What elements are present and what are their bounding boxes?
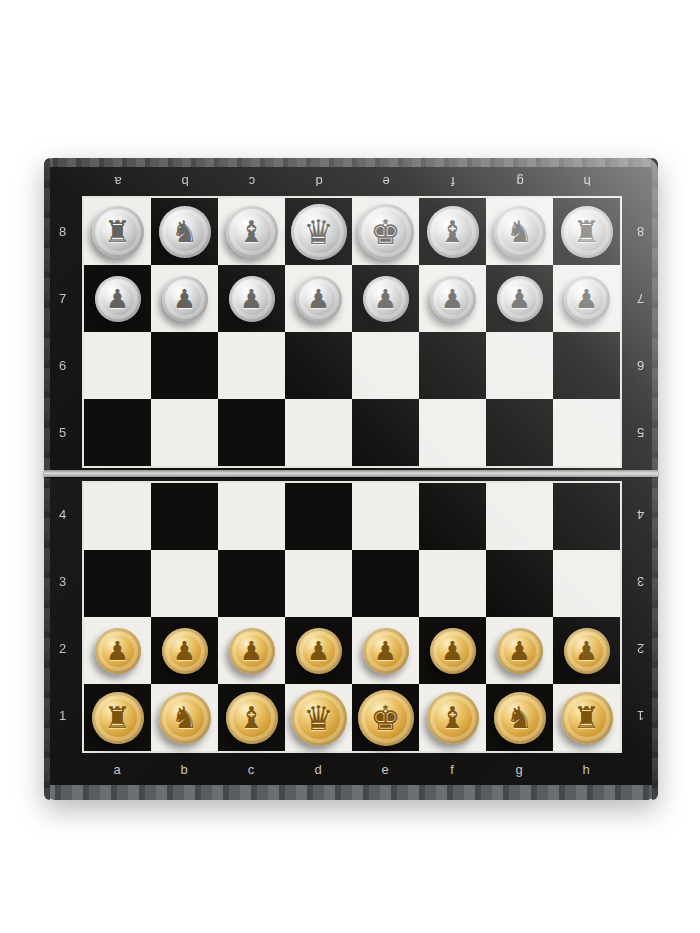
board-top-edge [44,158,658,167]
square-h2[interactable]: ♟ [553,617,620,684]
board-bottom-half: ♟♟♟♟♟♟♟♟♜♞♝♛♚♝♞♜ 4321 4321 abcdefgh [44,477,658,800]
file-label-bottom-d: d [285,755,352,783]
gold-bishop-f1[interactable]: ♝ [427,692,479,744]
square-a1[interactable]: ♜ [84,684,151,751]
file-labels-top: abcdefgh [84,167,620,197]
pawn-glyph: ♟ [307,638,330,664]
product-photo-scene: abcdefgh 8765 8765 ♜♞♝♛♚♝♞♜♟♟♟♟♟♟♟♟ ♟♟♟♟… [0,0,700,933]
file-label-top-h: h [553,167,620,197]
square-g2[interactable]: ♟ [486,617,553,684]
pawn-glyph: ♟ [575,286,598,312]
square-e1[interactable]: ♚ [352,684,419,751]
file-label-bottom-b: b [151,755,218,783]
gold-pawn-c2[interactable]: ♟ [229,628,275,674]
silver-bishop-c8[interactable]: ♝ [226,206,278,258]
file-label-bottom-c: c [218,755,285,783]
silver-pawn-a7[interactable]: ♟ [95,276,141,322]
square-h8[interactable]: ♜ [553,198,620,265]
gold-pawn-d2[interactable]: ♟ [296,628,342,674]
gold-queen-d1[interactable]: ♛ [291,690,347,746]
file-labels-bottom: abcdefgh [84,755,620,783]
pawn-glyph: ♟ [173,638,196,664]
square-a8[interactable]: ♜ [84,198,151,265]
pawn-glyph: ♟ [106,638,129,664]
square-h1[interactable]: ♜ [553,684,620,751]
board-right-edge [652,158,658,800]
square-a3[interactable] [84,550,151,617]
square-a5[interactable] [84,399,151,466]
square-f4[interactable] [419,483,486,550]
silver-pawn-d7[interactable]: ♟ [296,276,342,322]
knight-glyph: ♞ [171,217,198,247]
gold-rook-h1[interactable]: ♜ [561,692,613,744]
board-bottom-edge [44,785,658,800]
square-d1[interactable]: ♛ [285,684,352,751]
bishop-glyph: ♝ [238,703,265,733]
square-c7[interactable]: ♟ [218,265,285,332]
square-c3[interactable] [218,550,285,617]
file-label-bottom-a: a [84,755,151,783]
square-e3[interactable] [352,550,419,617]
gold-pawn-e2[interactable]: ♟ [363,628,409,674]
rook-glyph: ♜ [104,703,131,733]
silver-bishop-f8[interactable]: ♝ [427,206,479,258]
square-d3[interactable] [285,550,352,617]
square-d6[interactable] [285,332,352,399]
grid-ranks-4-to-1: ♟♟♟♟♟♟♟♟♜♞♝♛♚♝♞♜ [84,483,620,751]
square-e6[interactable] [352,332,419,399]
square-g8[interactable]: ♞ [486,198,553,265]
square-g7[interactable]: ♟ [486,265,553,332]
square-f3[interactable] [419,550,486,617]
square-c8[interactable]: ♝ [218,198,285,265]
file-label-top-e: e [352,167,419,197]
silver-knight-b8[interactable]: ♞ [159,206,211,258]
square-h6[interactable] [553,332,620,399]
square-b2[interactable]: ♟ [151,617,218,684]
board-left-edge [44,158,50,800]
rook-glyph: ♜ [573,217,600,247]
file-label-top-b: b [151,167,218,197]
square-d8[interactable]: ♛ [285,198,352,265]
pawn-glyph: ♟ [441,286,464,312]
square-a4[interactable] [84,483,151,550]
square-c1[interactable]: ♝ [218,684,285,751]
square-d5[interactable] [285,399,352,466]
gold-knight-g1[interactable]: ♞ [494,692,546,744]
square-d4[interactable] [285,483,352,550]
silver-pawn-f7[interactable]: ♟ [430,276,476,322]
file-label-top-c: c [218,167,285,197]
silver-pawn-c7[interactable]: ♟ [229,276,275,322]
silver-knight-g8[interactable]: ♞ [494,206,546,258]
square-g1[interactable]: ♞ [486,684,553,751]
square-e8[interactable]: ♚ [352,198,419,265]
gold-bishop-c1[interactable]: ♝ [226,692,278,744]
square-a2[interactable]: ♟ [84,617,151,684]
square-f2[interactable]: ♟ [419,617,486,684]
file-label-top-d: d [285,167,352,197]
file-label-bottom-g: g [486,755,553,783]
rook-glyph: ♜ [104,217,131,247]
bishop-glyph: ♝ [439,703,466,733]
gold-pawn-b2[interactable]: ♟ [162,628,208,674]
square-h3[interactable] [553,550,620,617]
square-c2[interactable]: ♟ [218,617,285,684]
bishop-glyph: ♝ [439,217,466,247]
pawn-glyph: ♟ [173,286,196,312]
pawn-glyph: ♟ [441,638,464,664]
square-d2[interactable]: ♟ [285,617,352,684]
square-a7[interactable]: ♟ [84,265,151,332]
square-h4[interactable] [553,483,620,550]
rook-glyph: ♜ [573,703,600,733]
silver-queen-d8[interactable]: ♛ [291,204,347,260]
square-e7[interactable]: ♟ [352,265,419,332]
bishop-glyph: ♝ [238,217,265,247]
square-h5[interactable] [553,399,620,466]
square-f5[interactable] [419,399,486,466]
king-glyph: ♚ [370,215,400,249]
grid-top-wrap: ♜♞♝♛♚♝♞♜♟♟♟♟♟♟♟♟ [82,196,622,468]
silver-king-e8[interactable]: ♚ [358,204,414,260]
square-f8[interactable]: ♝ [419,198,486,265]
square-b5[interactable] [151,399,218,466]
square-g3[interactable] [486,550,553,617]
gold-pawn-g2[interactable]: ♟ [497,628,543,674]
pawn-glyph: ♟ [240,286,263,312]
queen-glyph: ♛ [303,701,333,735]
pawn-glyph: ♟ [374,286,397,312]
square-c5[interactable] [218,399,285,466]
square-b6[interactable] [151,332,218,399]
square-b8[interactable]: ♞ [151,198,218,265]
grid-ranks-8-to-5: ♜♞♝♛♚♝♞♜♟♟♟♟♟♟♟♟ [84,198,620,466]
gold-pawn-h2[interactable]: ♟ [564,628,610,674]
square-h7[interactable]: ♟ [553,265,620,332]
pawn-glyph: ♟ [508,286,531,312]
pawn-glyph: ♟ [575,638,598,664]
square-f7[interactable]: ♟ [419,265,486,332]
square-e5[interactable] [352,399,419,466]
king-glyph: ♚ [370,701,400,735]
square-e4[interactable] [352,483,419,550]
gold-king-e1[interactable]: ♚ [358,690,414,746]
silver-pawn-e7[interactable]: ♟ [363,276,409,322]
pawn-glyph: ♟ [374,638,397,664]
silver-pawn-b7[interactable]: ♟ [162,276,208,322]
square-c4[interactable] [218,483,285,550]
square-g4[interactable] [486,483,553,550]
chess-board: abcdefgh 8765 8765 ♜♞♝♛♚♝♞♜♟♟♟♟♟♟♟♟ ♟♟♟♟… [44,158,658,800]
file-label-bottom-e: e [352,755,419,783]
silver-rook-a8[interactable]: ♜ [92,206,144,258]
square-g6[interactable] [486,332,553,399]
silver-rook-h8[interactable]: ♜ [561,206,613,258]
pawn-glyph: ♟ [240,638,263,664]
queen-glyph: ♛ [303,215,333,249]
knight-glyph: ♞ [171,703,198,733]
square-c6[interactable] [218,332,285,399]
square-d7[interactable]: ♟ [285,265,352,332]
square-a6[interactable] [84,332,151,399]
square-g5[interactable] [486,399,553,466]
gold-pawn-f2[interactable]: ♟ [430,628,476,674]
file-label-top-g: g [486,167,553,197]
square-e2[interactable]: ♟ [352,617,419,684]
pawn-glyph: ♟ [508,638,531,664]
square-b3[interactable] [151,550,218,617]
knight-glyph: ♞ [506,217,533,247]
gold-knight-b1[interactable]: ♞ [159,692,211,744]
silver-pawn-h7[interactable]: ♟ [564,276,610,322]
board-top-half: abcdefgh 8765 8765 ♜♞♝♛♚♝♞♜♟♟♟♟♟♟♟♟ [44,158,658,470]
gold-rook-a1[interactable]: ♜ [92,692,144,744]
grid-bottom-wrap: ♟♟♟♟♟♟♟♟♜♞♝♛♚♝♞♜ [82,481,622,753]
silver-pawn-g7[interactable]: ♟ [497,276,543,322]
file-label-top-f: f [419,167,486,197]
file-label-top-a: a [84,167,151,197]
pawn-glyph: ♟ [106,286,129,312]
knight-glyph: ♞ [506,703,533,733]
square-b4[interactable] [151,483,218,550]
file-label-bottom-h: h [553,755,620,783]
board-fold-hinge [44,470,658,477]
file-label-bottom-f: f [419,755,486,783]
square-f6[interactable] [419,332,486,399]
square-f1[interactable]: ♝ [419,684,486,751]
square-b1[interactable]: ♞ [151,684,218,751]
square-b7[interactable]: ♟ [151,265,218,332]
pawn-glyph: ♟ [307,286,330,312]
gold-pawn-a2[interactable]: ♟ [95,628,141,674]
